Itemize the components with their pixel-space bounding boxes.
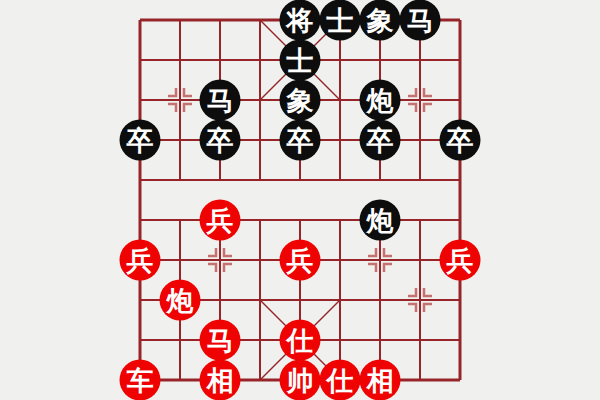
red-elephant[interactable]: 相 xyxy=(200,360,241,400)
red-pawn[interactable]: 兵 xyxy=(120,240,161,281)
red-advisor[interactable]: 仕 xyxy=(320,360,361,400)
black-general[interactable]: 将 xyxy=(280,0,321,41)
black-pawn[interactable]: 卒 xyxy=(280,120,321,161)
red-pawn[interactable]: 兵 xyxy=(200,200,241,241)
black-advisor[interactable]: 士 xyxy=(320,0,361,41)
pieces-layer: 将士象马士马象炮卒卒卒卒卒炮兵兵兵兵炮马仕车相帅仕相 xyxy=(140,20,460,380)
red-pawn[interactable]: 兵 xyxy=(440,240,481,281)
red-advisor[interactable]: 仕 xyxy=(280,320,321,361)
red-elephant[interactable]: 相 xyxy=(360,360,401,400)
red-cannon[interactable]: 炮 xyxy=(160,280,201,321)
xiangqi-app: 将士象马士马象炮卒卒卒卒卒炮兵兵兵兵炮马仕车相帅仕相 xyxy=(0,0,600,400)
black-advisor[interactable]: 士 xyxy=(280,40,321,81)
black-pawn[interactable]: 卒 xyxy=(440,120,481,161)
black-elephant[interactable]: 象 xyxy=(280,80,321,121)
red-general[interactable]: 帅 xyxy=(280,360,321,400)
black-cannon[interactable]: 炮 xyxy=(360,80,401,121)
xiangqi-board: 将士象马士马象炮卒卒卒卒卒炮兵兵兵兵炮马仕车相帅仕相 xyxy=(140,20,460,380)
black-pawn[interactable]: 卒 xyxy=(360,120,401,161)
red-horse[interactable]: 马 xyxy=(200,320,241,361)
black-pawn[interactable]: 卒 xyxy=(120,120,161,161)
red-chariot[interactable]: 车 xyxy=(120,360,161,400)
black-elephant[interactable]: 象 xyxy=(360,0,401,41)
black-cannon[interactable]: 炮 xyxy=(360,200,401,241)
black-pawn[interactable]: 卒 xyxy=(200,120,241,161)
red-pawn[interactable]: 兵 xyxy=(280,240,321,281)
black-horse[interactable]: 马 xyxy=(400,0,441,41)
black-horse[interactable]: 马 xyxy=(200,80,241,121)
